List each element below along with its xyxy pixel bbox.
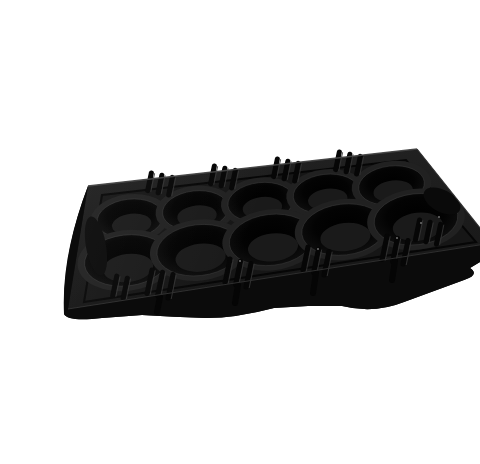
plant-tray-photo: [40, 16, 480, 464]
photo-canvas: Angled overhead photo of a black thermof…: [40, 16, 480, 464]
